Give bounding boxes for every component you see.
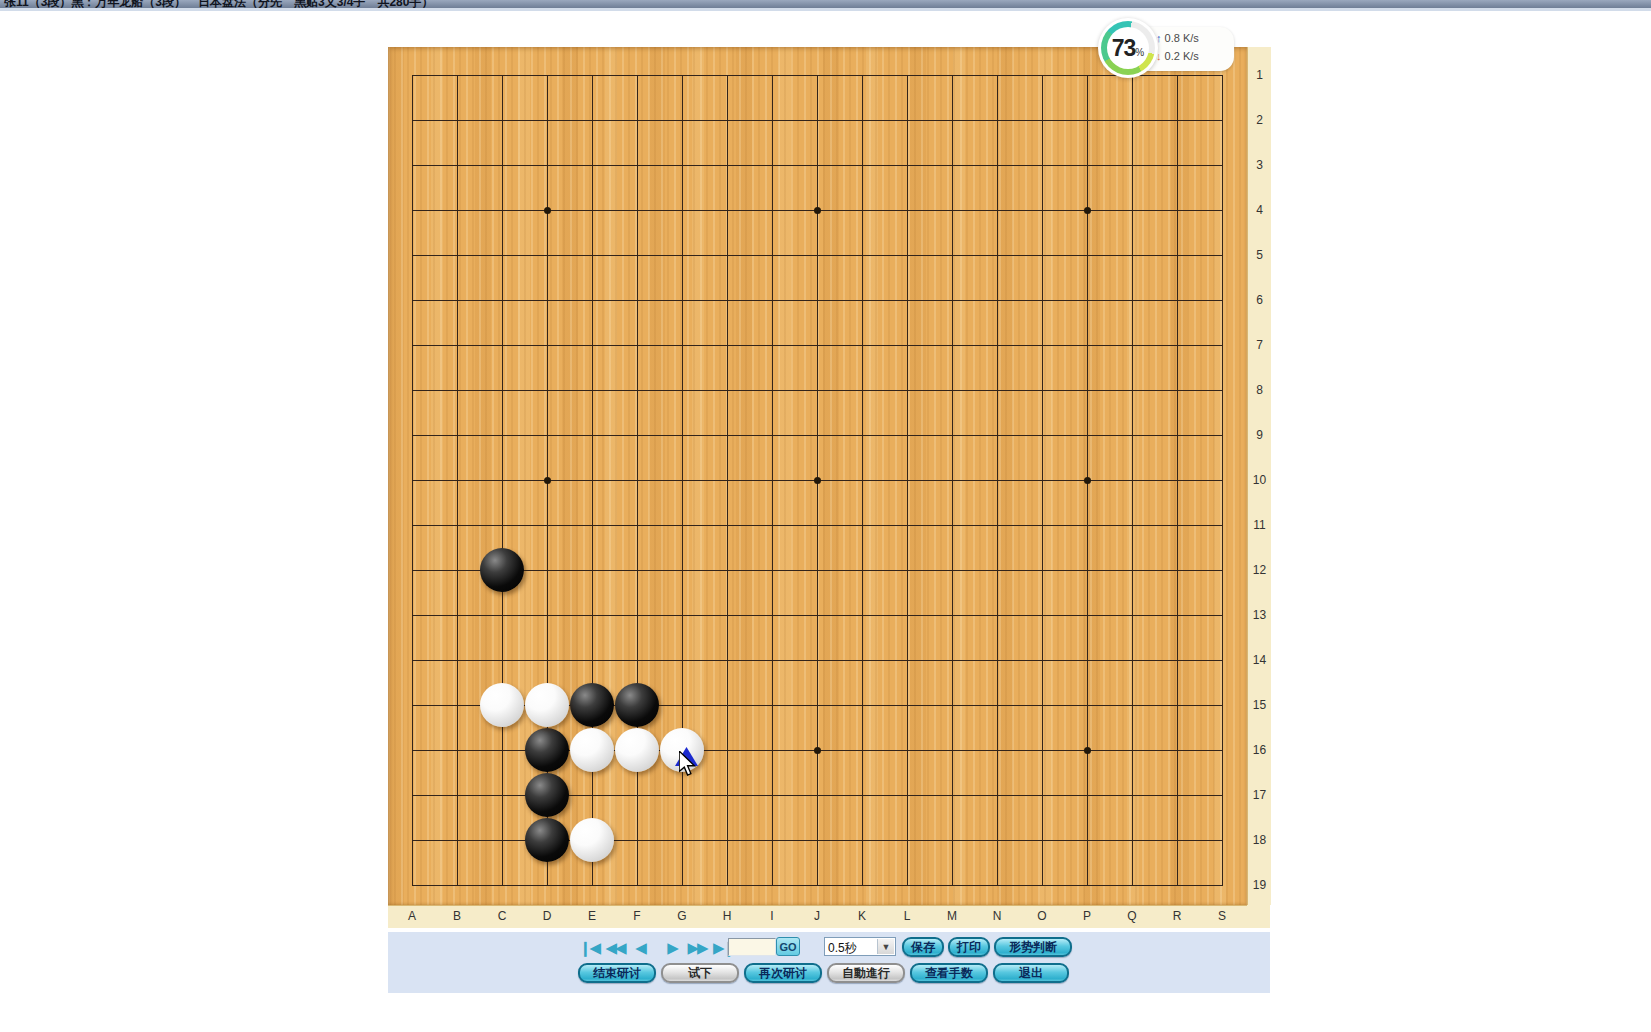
row-label: 15 [1248,698,1271,712]
nav-first-button[interactable]: ❙◀ [576,938,602,958]
row-label: 12 [1248,563,1271,577]
star-point [1084,747,1091,754]
row-label: 3 [1248,158,1271,172]
column-label: A [400,909,424,923]
column-label: H [715,909,739,923]
download-speed-value: 0.2 K/s [1165,50,1199,62]
row-label: 10 [1248,473,1271,487]
column-label: S [1210,909,1234,923]
go-button[interactable]: GO [776,937,800,956]
move-number-input[interactable] [728,938,776,956]
column-label: Q [1120,909,1144,923]
black-stone-D16 [525,728,569,772]
go-board[interactable]: ABCDEFGHIJKLMNOPQRS 12345678910111213141… [388,47,1270,927]
progress-ring-arc: 73 % [1101,21,1155,75]
row-label: 18 [1248,833,1271,847]
row-label: 13 [1248,608,1271,622]
window-title-bar: 张11（3段）黑：万年龙船（3段） 日本盘法（分先 黑贴3又3/4子 共280手… [0,0,1651,8]
row-label: 4 [1248,203,1271,217]
row-label: 11 [1248,518,1271,532]
view-move-count-button[interactable]: 查看手数 [910,963,988,983]
black-stone-E15 [570,683,614,727]
progress-ring: 73 % [1098,18,1158,78]
try-move-button[interactable]: 试下 [661,963,739,983]
row-label: 17 [1248,788,1271,802]
column-label: M [940,909,964,923]
score-estimate-button[interactable]: 形势判断 [994,937,1072,957]
progress-ring-center: 73 % [1107,27,1149,69]
row-label: 5 [1248,248,1271,262]
column-label: J [805,909,829,923]
save-button[interactable]: 保存 [902,937,944,957]
delay-dropdown[interactable]: 0.5秒 ▼ [824,937,896,956]
star-point [1084,207,1091,214]
delay-dropdown-value: 0.5秒 [828,940,857,957]
white-stone-D15 [525,683,569,727]
row-label: 14 [1248,653,1271,667]
upload-speed-row: ↑ 0.8 K/s [1156,32,1199,48]
black-stone-D18 [525,818,569,862]
column-label: L [895,909,919,923]
row-label: 2 [1248,113,1271,127]
replay-nav-group: ❙◀ ◀◀ ◀ ▶ ▶▶ ▶❙ [576,937,736,959]
column-label: E [580,909,604,923]
column-labels: ABCDEFGHIJKLMNOPQRS [388,905,1270,928]
row-label: 16 [1248,743,1271,757]
label-corner [1247,905,1270,927]
nav-fast-forward-button[interactable]: ▶▶ [684,938,710,958]
nav-back-button[interactable]: ◀ [628,938,652,958]
column-label: O [1030,909,1054,923]
black-stone-F15 [615,683,659,727]
progress-percent-symbol: % [1135,47,1144,58]
bottom-toolbar: ❙◀ ◀◀ ◀ ▶ ▶▶ ▶❙ GO 0.5秒 ▼ 保存 打印 形势判断 结束研… [388,932,1270,993]
white-stone-E18 [570,818,614,862]
column-label: P [1075,909,1099,923]
exit-button[interactable]: 退出 [993,963,1069,983]
column-label: R [1165,909,1189,923]
row-label: 6 [1248,293,1271,307]
row-label: 19 [1248,878,1271,892]
column-label: I [760,909,784,923]
game-title-text: 张11（3段）黑：万年龙船（3段） 日本盘法（分先 黑贴3又3/4子 共280手… [4,0,433,8]
star-point [544,477,551,484]
column-label: K [850,909,874,923]
board-wood[interactable] [388,47,1247,905]
column-label: C [490,909,514,923]
progress-percent-value: 73 [1112,35,1136,62]
nav-forward-button[interactable]: ▶ [660,938,684,958]
upload-speed-value: 0.8 K/s [1165,32,1199,44]
download-speed-row: ↓ 0.2 K/s [1156,50,1199,66]
star-point [814,747,821,754]
column-label: N [985,909,1009,923]
star-point [814,207,821,214]
review-again-button[interactable]: 再次研讨 [744,963,822,983]
row-label: 7 [1248,338,1271,352]
black-stone-C12 [480,548,524,592]
network-speed-panel: ↑ 0.8 K/s ↓ 0.2 K/s [1146,27,1234,71]
white-stone-F16 [615,728,659,772]
row-label: 1 [1248,68,1271,82]
print-button[interactable]: 打印 [948,937,990,957]
white-stone-C15 [480,683,524,727]
auto-advance-button[interactable]: 自動進行 [827,963,905,983]
row-label: 8 [1248,383,1271,397]
star-point [814,477,821,484]
star-point [544,207,551,214]
white-stone-E16 [570,728,614,772]
star-point [1084,477,1091,484]
column-label: F [625,909,649,923]
mouse-cursor-icon [679,751,697,777]
black-stone-D17 [525,773,569,817]
end-review-button[interactable]: 结束研讨 [578,963,656,983]
title-bar-divider [0,8,1651,11]
row-labels: 12345678910111213141516171819 [1247,47,1271,905]
chevron-down-icon[interactable]: ▼ [877,939,894,954]
column-label: B [445,909,469,923]
column-label: G [670,909,694,923]
column-label: D [535,909,559,923]
row-label: 9 [1248,428,1271,442]
nav-fast-back-button[interactable]: ◀◀ [602,938,628,958]
